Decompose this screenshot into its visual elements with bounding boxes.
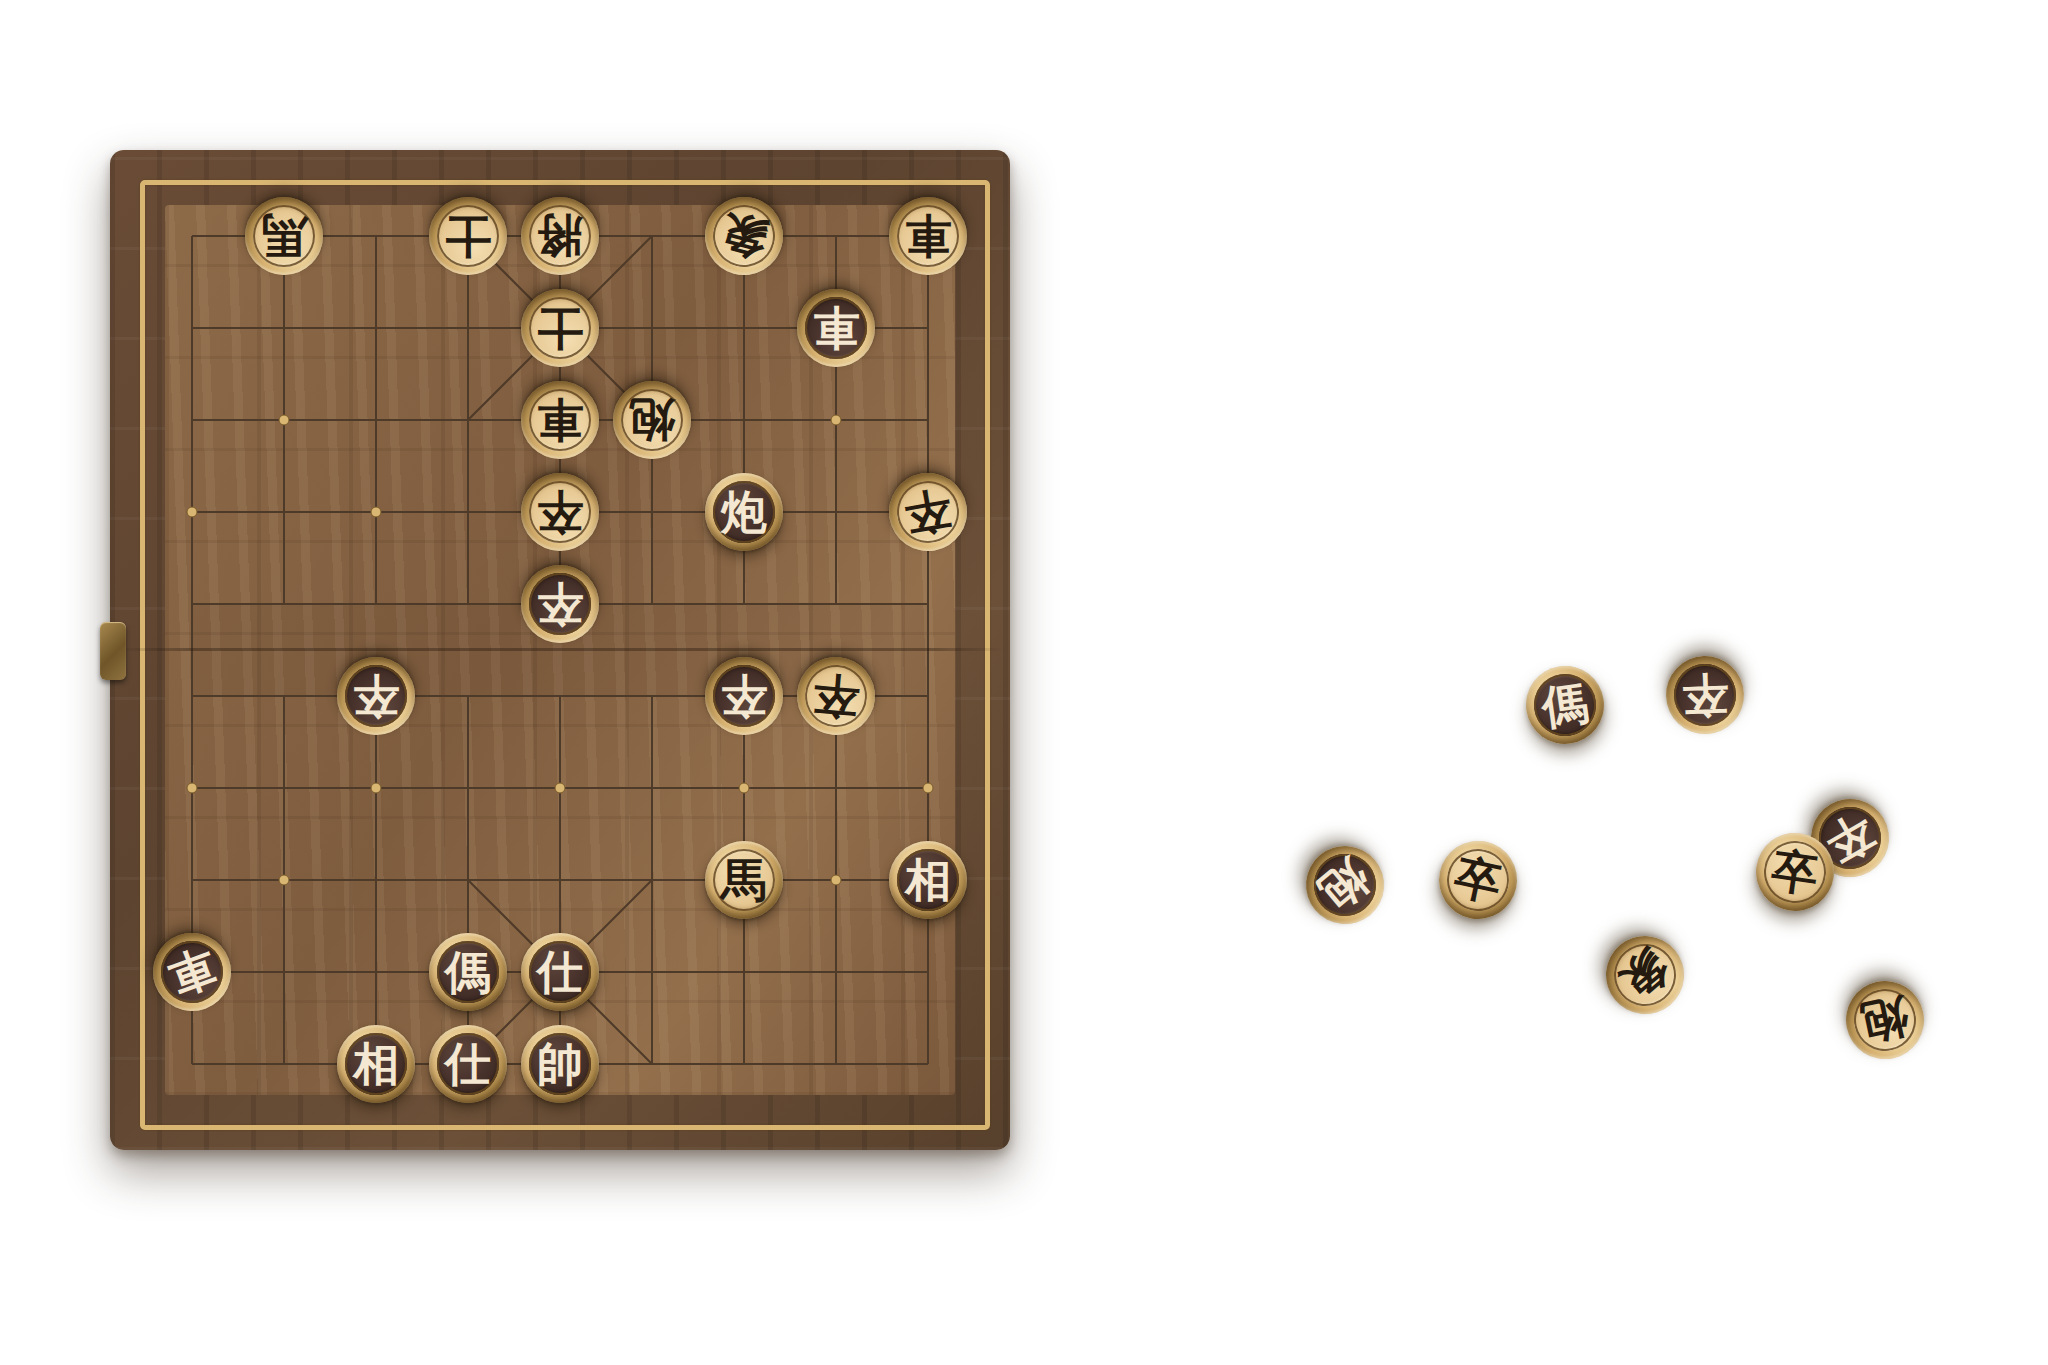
piece-glyph: 卒 — [537, 489, 583, 535]
piece-face: 卒 — [802, 662, 869, 729]
piece-face: 炮 — [1301, 841, 1388, 928]
piece-face: 車 — [897, 205, 959, 267]
piece-glyph: 仕 — [445, 1041, 491, 1087]
piece-dark-elephant[interactable]: 相 — [337, 1025, 415, 1103]
piece-glyph: 炮 — [629, 397, 675, 443]
piece-dark-cannon[interactable]: 炮 — [705, 473, 783, 551]
board-fold-seam — [116, 648, 1004, 651]
piece-face: 卒 — [713, 665, 775, 727]
piece-glyph: 帥 — [537, 1041, 583, 1087]
piece-glyph: 車 — [163, 943, 222, 1002]
piece-dark-general[interactable]: 帥 — [521, 1025, 599, 1103]
piece-light-advisor[interactable]: 士 — [521, 289, 599, 367]
hinge-clasp-icon — [100, 622, 126, 680]
piece-glyph: 車 — [537, 397, 583, 443]
piece-face: 帥 — [529, 1033, 591, 1095]
piece-dark-advisor[interactable]: 仕 — [429, 1025, 507, 1103]
piece-face: 車 — [805, 297, 867, 359]
piece-glyph: 車 — [813, 305, 859, 351]
piece-glyph: 炮 — [721, 489, 767, 535]
piece-face: 炮 — [1848, 983, 1922, 1057]
piece-face: 卒 — [345, 665, 407, 727]
piece-face: 卒 — [1760, 837, 1830, 907]
piece-dark-chariot[interactable]: 車 — [797, 289, 875, 367]
piece-light-soldier[interactable]: 卒 — [521, 473, 599, 551]
captured-piece-dark-horse[interactable]: 傌 — [1521, 661, 1609, 749]
piece-face: 象 — [706, 198, 782, 274]
piece-light-chariot[interactable]: 車 — [521, 381, 599, 459]
piece-glyph: 炮 — [1858, 993, 1913, 1048]
piece-face: 炮 — [621, 389, 683, 451]
piece-face: 卒 — [529, 573, 591, 635]
photo-scene: { "game": "xiangqi (Chinese chess)", "sc… — [0, 0, 2048, 1365]
piece-face: 馬 — [253, 205, 315, 267]
piece-face: 傌 — [1530, 670, 1600, 740]
piece-light-general[interactable]: 將 — [521, 197, 599, 275]
piece-glyph: 象 — [716, 208, 772, 264]
piece-face: 卒 — [529, 481, 591, 543]
piece-glyph: 卒 — [1769, 846, 1821, 898]
piece-face: 卒 — [892, 476, 964, 548]
piece-glyph: 炮 — [1313, 853, 1378, 918]
piece-light-chariot[interactable]: 車 — [889, 197, 967, 275]
piece-face: 卒 — [1673, 663, 1737, 727]
captured-piece-dark-soldier[interactable]: 卒 — [1665, 655, 1746, 736]
piece-glyph: 卒 — [721, 673, 767, 719]
piece-glyph: 卒 — [901, 485, 954, 538]
piece-face: 車 — [529, 389, 591, 451]
piece-glyph: 相 — [353, 1041, 399, 1087]
captured-piece-light-elephant[interactable]: 象 — [1590, 920, 1700, 1030]
piece-light-horse[interactable]: 馬 — [705, 841, 783, 919]
piece-dark-advisor[interactable]: 仕 — [521, 933, 599, 1011]
piece-face: 將 — [529, 205, 591, 267]
captured-piece-dark-cannon[interactable]: 炮 — [1290, 830, 1400, 940]
captured-piece-light-cannon[interactable]: 炮 — [1839, 974, 1932, 1067]
piece-glyph: 卒 — [1451, 853, 1506, 908]
piece-dark-elephant[interactable]: 相 — [889, 841, 967, 919]
piece-face: 仕 — [437, 1033, 499, 1095]
piece-face: 象 — [1601, 931, 1688, 1018]
piece-glyph: 馬 — [261, 213, 307, 259]
piece-face: 炮 — [713, 481, 775, 543]
piece-glyph: 士 — [537, 305, 583, 351]
piece-light-horse[interactable]: 馬 — [245, 197, 323, 275]
piece-glyph: 相 — [905, 857, 951, 903]
piece-dark-soldier[interactable]: 卒 — [705, 657, 783, 735]
piece-glyph: 傌 — [445, 949, 491, 995]
piece-glyph: 士 — [445, 213, 491, 259]
captured-piece-light-soldier[interactable]: 卒 — [1432, 834, 1525, 927]
piece-dark-horse[interactable]: 傌 — [429, 933, 507, 1011]
piece-dark-soldier[interactable]: 卒 — [337, 657, 415, 735]
piece-glyph: 卒 — [811, 671, 861, 721]
piece-face: 相 — [897, 849, 959, 911]
piece-glyph: 卒 — [353, 673, 399, 719]
piece-face: 仕 — [529, 941, 591, 1003]
piece-glyph: 仕 — [537, 949, 583, 995]
piece-glyph: 將 — [537, 213, 583, 259]
piece-glyph: 象 — [1613, 943, 1678, 1008]
piece-glyph: 車 — [905, 213, 951, 259]
piece-light-cannon[interactable]: 炮 — [613, 381, 691, 459]
piece-face: 相 — [345, 1033, 407, 1095]
piece-light-advisor[interactable]: 士 — [429, 197, 507, 275]
piece-face: 卒 — [1441, 843, 1515, 917]
piece-face: 馬 — [713, 849, 775, 911]
piece-dark-soldier[interactable]: 卒 — [521, 565, 599, 643]
piece-glyph: 卒 — [537, 581, 583, 627]
piece-face: 士 — [437, 205, 499, 267]
piece-glyph: 卒 — [1681, 671, 1729, 719]
piece-glyph: 傌 — [1539, 679, 1591, 731]
piece-face: 士 — [529, 297, 591, 359]
piece-glyph: 馬 — [721, 857, 767, 903]
piece-face: 傌 — [437, 941, 499, 1003]
